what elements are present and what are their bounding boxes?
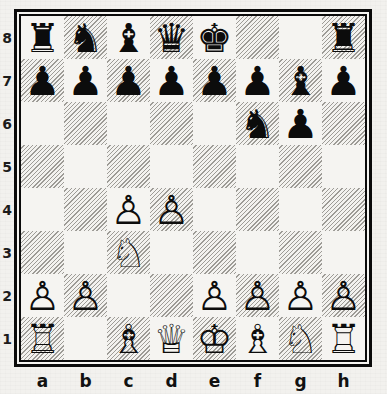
white-queen-d1: ♕	[150, 317, 193, 360]
black-pawn-g6: ♟	[279, 102, 322, 145]
square-b6	[64, 102, 107, 145]
square-f4	[236, 188, 279, 231]
square-b2: ♙	[64, 274, 107, 317]
square-f7: ♟	[236, 59, 279, 102]
square-g5	[279, 145, 322, 188]
rank-label-4: 4	[0, 188, 14, 231]
square-e5	[193, 145, 236, 188]
black-rook-h8: ♜	[322, 16, 365, 59]
file-label-a: a	[21, 367, 64, 394]
square-d6	[150, 102, 193, 145]
rank-label-3: 3	[0, 231, 14, 274]
square-c1: ♗	[107, 317, 150, 360]
rank-label-2: 2	[0, 274, 14, 317]
board-frame: ♜♞♝♛♚♜♟♟♟♟♟♟♝♟♞♟♙♙♘♙♙♙♙♙♙♖♗♕♔♗♘♖	[14, 9, 372, 367]
file-label-e: e	[193, 367, 236, 394]
file-label-c: c	[107, 367, 150, 394]
square-e4	[193, 188, 236, 231]
square-h3	[322, 231, 365, 274]
square-e7: ♟	[193, 59, 236, 102]
white-rook-h1: ♖	[322, 317, 365, 360]
square-b1	[64, 317, 107, 360]
square-b8: ♞	[64, 16, 107, 59]
black-knight-f6: ♞	[236, 102, 279, 145]
black-pawn-c7: ♟	[107, 59, 150, 102]
white-pawn-h2: ♙	[322, 274, 365, 317]
white-knight-g1: ♘	[279, 317, 322, 360]
square-f6: ♞	[236, 102, 279, 145]
square-f5	[236, 145, 279, 188]
black-king-e8: ♚	[193, 16, 236, 59]
file-label-d: d	[150, 367, 193, 394]
square-g2: ♙	[279, 274, 322, 317]
white-pawn-b2: ♙	[64, 274, 107, 317]
square-c5	[107, 145, 150, 188]
square-c3: ♘	[107, 231, 150, 274]
square-a2: ♙	[21, 274, 64, 317]
square-g7: ♝	[279, 59, 322, 102]
rank-label-7: 7	[0, 59, 14, 102]
square-a1: ♖	[21, 317, 64, 360]
square-d8: ♛	[150, 16, 193, 59]
square-a3	[21, 231, 64, 274]
white-bishop-c1: ♗	[107, 317, 150, 360]
square-c7: ♟	[107, 59, 150, 102]
square-h7: ♟	[322, 59, 365, 102]
black-bishop-c8: ♝	[107, 16, 150, 59]
rank-label-1: 1	[0, 317, 14, 360]
white-pawn-f2: ♙	[236, 274, 279, 317]
square-b7: ♟	[64, 59, 107, 102]
black-pawn-d7: ♟	[150, 59, 193, 102]
square-f3	[236, 231, 279, 274]
rank-label-5: 5	[0, 145, 14, 188]
square-a4	[21, 188, 64, 231]
black-pawn-a7: ♟	[21, 59, 64, 102]
square-g6: ♟	[279, 102, 322, 145]
square-h6	[322, 102, 365, 145]
black-pawn-f7: ♟	[236, 59, 279, 102]
square-g3	[279, 231, 322, 274]
square-h8: ♜	[322, 16, 365, 59]
black-pawn-h7: ♟	[322, 59, 365, 102]
black-knight-b8: ♞	[64, 16, 107, 59]
square-a8: ♜	[21, 16, 64, 59]
black-pawn-b7: ♟	[64, 59, 107, 102]
square-e2: ♙	[193, 274, 236, 317]
file-label-h: h	[322, 367, 365, 394]
file-label-f: f	[236, 367, 279, 394]
black-queen-d8: ♛	[150, 16, 193, 59]
square-e8: ♚	[193, 16, 236, 59]
square-h1: ♖	[322, 317, 365, 360]
square-a6	[21, 102, 64, 145]
square-f1: ♗	[236, 317, 279, 360]
black-rook-a8: ♜	[21, 16, 64, 59]
square-d7: ♟	[150, 59, 193, 102]
square-a5	[21, 145, 64, 188]
white-pawn-d4: ♙	[150, 188, 193, 231]
chess-diagram-page: 87654321 ♜♞♝♛♚♜♟♟♟♟♟♟♝♟♞♟♙♙♘♙♙♙♙♙♙♖♗♕♔♗♘…	[0, 0, 387, 394]
square-a7: ♟	[21, 59, 64, 102]
square-c6	[107, 102, 150, 145]
rank-label-8: 8	[0, 16, 14, 59]
white-king-e1: ♔	[193, 317, 236, 360]
square-b4	[64, 188, 107, 231]
board-inner-border: ♜♞♝♛♚♜♟♟♟♟♟♟♝♟♞♟♙♙♘♙♙♙♙♙♙♖♗♕♔♗♘♖	[19, 14, 367, 362]
square-d2	[150, 274, 193, 317]
rank-labels: 87654321	[0, 16, 14, 360]
file-label-g: g	[279, 367, 322, 394]
square-h5	[322, 145, 365, 188]
white-knight-c3: ♘	[107, 231, 150, 274]
file-label-b: b	[64, 367, 107, 394]
square-d5	[150, 145, 193, 188]
white-pawn-e2: ♙	[193, 274, 236, 317]
square-d1: ♕	[150, 317, 193, 360]
white-pawn-c4: ♙	[107, 188, 150, 231]
square-e3	[193, 231, 236, 274]
square-d4: ♙	[150, 188, 193, 231]
square-h4	[322, 188, 365, 231]
white-pawn-g2: ♙	[279, 274, 322, 317]
square-d3	[150, 231, 193, 274]
square-e6	[193, 102, 236, 145]
white-bishop-f1: ♗	[236, 317, 279, 360]
square-c4: ♙	[107, 188, 150, 231]
square-c2	[107, 274, 150, 317]
square-g4	[279, 188, 322, 231]
square-g8	[279, 16, 322, 59]
white-pawn-a2: ♙	[21, 274, 64, 317]
square-c8: ♝	[107, 16, 150, 59]
square-b5	[64, 145, 107, 188]
square-f2: ♙	[236, 274, 279, 317]
square-h2: ♙	[322, 274, 365, 317]
rank-label-6: 6	[0, 102, 14, 145]
chess-board: ♜♞♝♛♚♜♟♟♟♟♟♟♝♟♞♟♙♙♘♙♙♙♙♙♙♖♗♕♔♗♘♖	[21, 16, 365, 360]
square-e1: ♔	[193, 317, 236, 360]
square-b3	[64, 231, 107, 274]
black-pawn-e7: ♟	[193, 59, 236, 102]
white-rook-a1: ♖	[21, 317, 64, 360]
black-bishop-g7: ♝	[279, 59, 322, 102]
square-f8	[236, 16, 279, 59]
file-labels: abcdefgh	[21, 367, 365, 394]
square-g1: ♘	[279, 317, 322, 360]
